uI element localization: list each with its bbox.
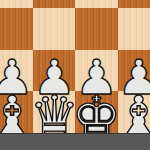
square-e4[interactable] [75, 0, 117, 8]
bottom-bar [0, 133, 150, 150]
chess-app-viewport: ♟♟♟♟♝♛♚♝ [0, 0, 150, 150]
square-e1[interactable]: ♚ [75, 91, 117, 133]
square-f4[interactable] [118, 0, 150, 8]
square-e3[interactable] [75, 8, 117, 50]
square-c4[interactable] [0, 0, 33, 8]
square-c1[interactable]: ♝ [0, 91, 33, 133]
square-d4[interactable] [33, 0, 75, 8]
square-f3[interactable] [118, 8, 150, 50]
square-d3[interactable] [33, 8, 75, 50]
square-f1[interactable]: ♝ [118, 91, 150, 133]
board: ♟♟♟♟♝♛♚♝ [0, 0, 150, 133]
square-c3[interactable] [0, 8, 33, 50]
square-d1[interactable]: ♛ [33, 91, 75, 133]
